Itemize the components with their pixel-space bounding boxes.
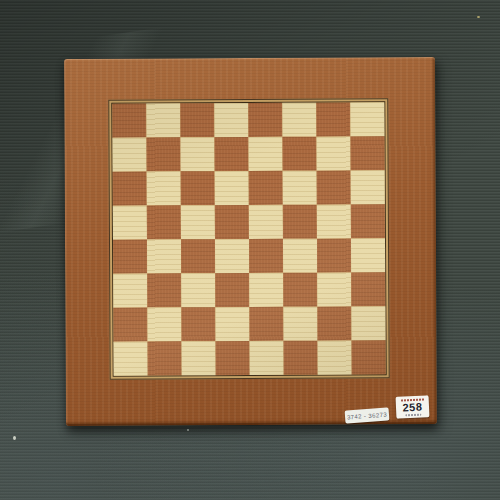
light-square [112, 138, 146, 172]
light-square [249, 273, 283, 307]
dark-square [181, 307, 215, 341]
dark-square [180, 103, 214, 137]
dark-square [113, 240, 147, 274]
light-square [215, 171, 249, 205]
light-square [283, 171, 317, 205]
dark-square [282, 137, 316, 171]
dark-square [283, 205, 317, 239]
dark-square [146, 137, 180, 171]
string-tag-text: 3742 - 36273 [347, 411, 387, 420]
dark-square [147, 205, 181, 239]
light-square [351, 170, 385, 204]
light-square [282, 103, 316, 137]
dark-square [249, 171, 283, 205]
light-square [113, 274, 147, 308]
dark-square [248, 103, 282, 137]
light-square [215, 307, 249, 341]
dark-square [113, 172, 147, 206]
light-square [181, 273, 215, 307]
dark-square [148, 341, 182, 375]
light-square [147, 171, 181, 205]
dark-square [113, 308, 147, 342]
dark-square [249, 239, 283, 273]
dark-square [317, 170, 351, 204]
light-square [351, 238, 385, 272]
board-inlay-stringing [108, 98, 389, 379]
light-square [316, 136, 350, 170]
fabric-lint-speck [477, 16, 480, 18]
dark-square [283, 273, 317, 307]
dark-square [351, 204, 385, 238]
light-square [249, 205, 283, 239]
dark-square [215, 273, 249, 307]
light-square [147, 239, 181, 273]
light-square [146, 103, 180, 137]
dark-square [317, 238, 351, 272]
light-square [180, 137, 214, 171]
light-square [283, 239, 317, 273]
light-square [113, 206, 147, 240]
dark-square [284, 341, 318, 375]
light-square [283, 307, 317, 341]
light-square [147, 307, 181, 341]
light-square [214, 103, 248, 137]
board-squares-grid [112, 102, 385, 375]
auction-lot-sticker: 258 [396, 395, 430, 418]
fabric-lint-speck [187, 429, 189, 431]
dark-square [351, 272, 385, 306]
sticker-smallprint-bottom [405, 413, 421, 416]
dark-square [112, 104, 146, 138]
dark-square [214, 137, 248, 171]
lot-number: 258 [402, 401, 422, 413]
dark-square [317, 306, 351, 340]
dark-square [216, 341, 250, 375]
dark-square [316, 102, 350, 136]
dark-square [181, 171, 215, 205]
dark-square [352, 340, 386, 374]
light-square [215, 239, 249, 273]
dark-square [350, 136, 384, 170]
light-square [317, 272, 351, 306]
auction-photo-scene: 258 3742 - 36273 [0, 0, 500, 500]
light-square [182, 341, 216, 375]
light-square [350, 102, 384, 136]
fabric-lint-speck [13, 436, 16, 440]
board-inlay-inner-line [111, 101, 386, 376]
light-square [181, 205, 215, 239]
chess-board [64, 57, 437, 426]
light-square [318, 340, 352, 374]
dark-square [181, 239, 215, 273]
light-square [248, 137, 282, 171]
dark-square [147, 273, 181, 307]
dark-square [215, 205, 249, 239]
light-square [250, 341, 284, 375]
light-square [351, 306, 385, 340]
light-square [317, 204, 351, 238]
dark-square [249, 307, 283, 341]
light-square [114, 342, 148, 376]
